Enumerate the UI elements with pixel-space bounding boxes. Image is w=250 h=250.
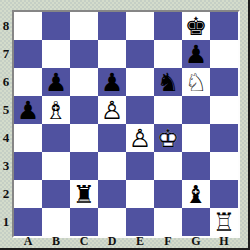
square-a1[interactable]: [14, 208, 42, 236]
square-e6[interactable]: [126, 68, 154, 96]
square-a2[interactable]: [14, 180, 42, 208]
square-d2[interactable]: [98, 180, 126, 208]
square-f8[interactable]: [154, 12, 182, 40]
square-b8[interactable]: [42, 12, 70, 40]
rank-label-5: 5: [0, 96, 12, 124]
square-g8[interactable]: ♚: [182, 12, 210, 40]
square-b1[interactable]: [42, 208, 70, 236]
square-a6[interactable]: [14, 68, 42, 96]
square-h3[interactable]: [210, 152, 238, 180]
square-c1[interactable]: [70, 208, 98, 236]
rank-label-2: 2: [0, 180, 12, 208]
piece-black-pawn-icon: ♟: [14, 96, 42, 124]
piece-white-rook-icon: ♜♖: [210, 208, 238, 236]
piece-black-knight-icon: ♞: [154, 68, 182, 96]
square-e4[interactable]: ♟♙: [126, 124, 154, 152]
piece-black-pawn-icon: ♟: [98, 68, 126, 96]
square-a3[interactable]: [14, 152, 42, 180]
square-f6[interactable]: ♞: [154, 68, 182, 96]
square-b3[interactable]: [42, 152, 70, 180]
rank-label-1: 1: [0, 208, 12, 236]
rank-label-7: 7: [0, 40, 12, 68]
square-b7[interactable]: [42, 40, 70, 68]
file-label-a: A: [14, 235, 42, 248]
file-label-h: H: [210, 235, 238, 248]
square-g1[interactable]: [182, 208, 210, 236]
file-label-e: E: [126, 235, 154, 248]
square-f7[interactable]: [154, 40, 182, 68]
square-e2[interactable]: [126, 180, 154, 208]
piece-white-bishop-icon: ♝♗: [42, 96, 70, 124]
square-b2[interactable]: [42, 180, 70, 208]
square-h6[interactable]: [210, 68, 238, 96]
square-d1[interactable]: [98, 208, 126, 236]
chess-diagram: 87654321 ♚♟♟♟♞♞♘♟♝♗♟♙♟♙♚♔♜♝♜♖ ABCDEFGH: [0, 0, 250, 250]
square-d8[interactable]: [98, 12, 126, 40]
piece-black-rook-icon: ♜: [70, 180, 98, 208]
square-g5[interactable]: [182, 96, 210, 124]
chess-board[interactable]: ♚♟♟♟♞♞♘♟♝♗♟♙♟♙♚♔♜♝♜♖: [12, 10, 240, 238]
square-g7[interactable]: ♟: [182, 40, 210, 68]
file-label-g: G: [182, 235, 210, 248]
square-e8[interactable]: [126, 12, 154, 40]
square-b5[interactable]: ♝♗: [42, 96, 70, 124]
square-b6[interactable]: ♟: [42, 68, 70, 96]
square-b4[interactable]: [42, 124, 70, 152]
piece-white-knight-icon: ♞♘: [182, 68, 210, 96]
square-f5[interactable]: [154, 96, 182, 124]
square-f1[interactable]: [154, 208, 182, 236]
square-d5[interactable]: ♟♙: [98, 96, 126, 124]
square-c3[interactable]: [70, 152, 98, 180]
rank-labels: 87654321: [0, 12, 12, 236]
square-g6[interactable]: ♞♘: [182, 68, 210, 96]
square-h2[interactable]: [210, 180, 238, 208]
rank-label-3: 3: [0, 152, 12, 180]
square-c4[interactable]: [70, 124, 98, 152]
file-label-b: B: [42, 235, 70, 248]
rank-label-4: 4: [0, 124, 12, 152]
square-f4[interactable]: ♚♔: [154, 124, 182, 152]
square-d3[interactable]: [98, 152, 126, 180]
square-f3[interactable]: [154, 152, 182, 180]
square-e3[interactable]: [126, 152, 154, 180]
square-a4[interactable]: [14, 124, 42, 152]
square-d4[interactable]: [98, 124, 126, 152]
square-a7[interactable]: [14, 40, 42, 68]
square-d6[interactable]: ♟: [98, 68, 126, 96]
square-a5[interactable]: ♟: [14, 96, 42, 124]
square-g3[interactable]: [182, 152, 210, 180]
square-e1[interactable]: [126, 208, 154, 236]
file-label-c: C: [70, 235, 98, 248]
square-h1[interactable]: ♜♖: [210, 208, 238, 236]
square-h5[interactable]: [210, 96, 238, 124]
square-h4[interactable]: [210, 124, 238, 152]
square-f2[interactable]: [154, 180, 182, 208]
square-e5[interactable]: [126, 96, 154, 124]
square-g4[interactable]: [182, 124, 210, 152]
square-g2[interactable]: ♝: [182, 180, 210, 208]
piece-black-pawn-icon: ♟: [182, 40, 210, 68]
file-labels: ABCDEFGH: [14, 235, 238, 248]
square-c8[interactable]: [70, 12, 98, 40]
square-d7[interactable]: [98, 40, 126, 68]
square-c7[interactable]: [70, 40, 98, 68]
square-h8[interactable]: [210, 12, 238, 40]
square-h7[interactable]: [210, 40, 238, 68]
square-c6[interactable]: [70, 68, 98, 96]
square-c5[interactable]: [70, 96, 98, 124]
rank-label-8: 8: [0, 12, 12, 40]
file-label-f: F: [154, 235, 182, 248]
square-a8[interactable]: [14, 12, 42, 40]
rank-label-6: 6: [0, 68, 12, 96]
square-c2[interactable]: ♜: [70, 180, 98, 208]
square-e7[interactable]: [126, 40, 154, 68]
file-label-d: D: [98, 235, 126, 248]
piece-white-pawn-icon: ♟♙: [126, 124, 154, 152]
piece-black-king-icon: ♚: [182, 12, 210, 40]
piece-white-king-icon: ♚♔: [154, 124, 182, 152]
piece-black-bishop-icon: ♝: [182, 180, 210, 208]
piece-white-pawn-icon: ♟♙: [98, 96, 126, 124]
piece-black-pawn-icon: ♟: [42, 68, 70, 96]
